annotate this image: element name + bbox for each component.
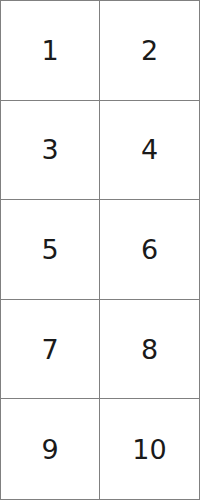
cell-number: 6 xyxy=(141,236,158,263)
cell-6[interactable]: 6 xyxy=(100,200,199,300)
cell-number: 9 xyxy=(41,436,58,463)
cell-number: 8 xyxy=(141,336,158,363)
cell-number: 7 xyxy=(41,336,58,363)
cell-number: 2 xyxy=(141,37,158,64)
cell-4[interactable]: 4 xyxy=(100,101,199,201)
cell-1[interactable]: 1 xyxy=(1,1,100,101)
cell-number: 3 xyxy=(41,136,58,163)
cell-number: 5 xyxy=(41,236,58,263)
cell-9[interactable]: 9 xyxy=(1,399,100,499)
cell-10[interactable]: 10 xyxy=(100,399,199,499)
cell-8[interactable]: 8 xyxy=(100,300,199,400)
cell-3[interactable]: 3 xyxy=(1,101,100,201)
cell-2[interactable]: 2 xyxy=(100,1,199,101)
cell-7[interactable]: 7 xyxy=(1,300,100,400)
cell-5[interactable]: 5 xyxy=(1,200,100,300)
cell-number: 4 xyxy=(141,136,158,163)
cell-number: 1 xyxy=(41,37,58,64)
numbered-grid: 12345678910 xyxy=(0,0,200,500)
cell-number: 10 xyxy=(132,436,166,463)
